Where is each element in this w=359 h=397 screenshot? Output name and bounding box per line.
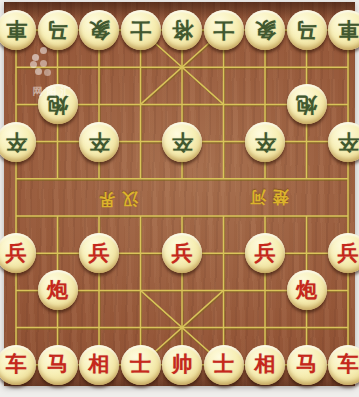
- piece-character: 将: [172, 19, 193, 40]
- piece-black-horse[interactable]: 马: [287, 10, 327, 50]
- piece-black-advisor[interactable]: 士: [204, 10, 244, 50]
- piece-character: 车: [338, 354, 359, 375]
- piece-character: 卒: [338, 131, 359, 152]
- piece-character: 马: [296, 19, 317, 40]
- piece-character: 兵: [338, 243, 359, 264]
- piece-character: 相: [255, 354, 276, 375]
- piece-red-advisor[interactable]: 士: [121, 345, 161, 385]
- piece-character: 兵: [255, 243, 276, 264]
- piece-black-soldier[interactable]: 卒: [0, 122, 36, 162]
- piece-character: 士: [213, 19, 234, 40]
- piece-character: 帅: [172, 354, 193, 375]
- piece-black-elephant[interactable]: 象: [245, 10, 285, 50]
- piece-character: 卒: [172, 131, 193, 152]
- piece-character: 炮: [296, 94, 317, 115]
- piece-red-cannon[interactable]: 炮: [287, 270, 327, 310]
- piece-red-soldier[interactable]: 兵: [79, 233, 119, 273]
- piece-character: 马: [47, 354, 68, 375]
- piece-character: 兵: [6, 243, 27, 264]
- piece-character: 卒: [89, 131, 110, 152]
- piece-character: 兵: [89, 243, 110, 264]
- piece-character: 士: [130, 354, 151, 375]
- pieces-layer: 車马象士将士象马車炮炮卒卒卒卒卒兵兵兵兵兵炮炮车马相士帅士相马车: [0, 11, 359, 383]
- piece-character: 炮: [296, 280, 317, 301]
- piece-red-horse[interactable]: 马: [287, 345, 327, 385]
- piece-black-soldier[interactable]: 卒: [162, 122, 202, 162]
- piece-red-advisor[interactable]: 士: [204, 345, 244, 385]
- piece-red-cannon[interactable]: 炮: [38, 270, 78, 310]
- photo-background: 車马象士将士象马車炮炮卒卒卒卒卒兵兵兵兵兵炮炮车马相士帅士相马车 汉界 楚河 汇…: [0, 0, 359, 397]
- piece-black-soldier[interactable]: 卒: [245, 122, 285, 162]
- piece-character: 卒: [6, 131, 27, 152]
- piece-black-horse[interactable]: 马: [38, 10, 78, 50]
- piece-character: 车: [6, 354, 27, 375]
- piece-red-elephant[interactable]: 相: [245, 345, 285, 385]
- piece-red-soldier[interactable]: 兵: [0, 233, 36, 273]
- piece-black-advisor[interactable]: 士: [121, 10, 161, 50]
- piece-black-soldier[interactable]: 卒: [328, 122, 359, 162]
- piece-black-rook[interactable]: 車: [328, 10, 359, 50]
- piece-red-general[interactable]: 帅: [162, 345, 202, 385]
- piece-character: 象: [255, 19, 276, 40]
- piece-black-elephant[interactable]: 象: [79, 10, 119, 50]
- piece-character: 兵: [172, 243, 193, 264]
- piece-black-soldier[interactable]: 卒: [79, 122, 119, 162]
- piece-black-cannon[interactable]: 炮: [38, 84, 78, 124]
- piece-character: 車: [6, 19, 27, 40]
- piece-red-rook[interactable]: 车: [328, 345, 359, 385]
- piece-character: 炮: [47, 280, 68, 301]
- piece-red-soldier[interactable]: 兵: [245, 233, 285, 273]
- piece-red-soldier[interactable]: 兵: [328, 233, 359, 273]
- piece-red-rook[interactable]: 车: [0, 345, 36, 385]
- piece-character: 相: [89, 354, 110, 375]
- piece-character: 炮: [47, 94, 68, 115]
- piece-character: 士: [130, 19, 151, 40]
- piece-character: 象: [89, 19, 110, 40]
- piece-red-elephant[interactable]: 相: [79, 345, 119, 385]
- piece-character: 卒: [255, 131, 276, 152]
- piece-red-soldier[interactable]: 兵: [162, 233, 202, 273]
- piece-black-cannon[interactable]: 炮: [287, 84, 327, 124]
- xiangqi-board: 車马象士将士象马車炮炮卒卒卒卒卒兵兵兵兵兵炮炮车马相士帅士相马车 汉界 楚河 汇…: [4, 2, 355, 386]
- piece-red-horse[interactable]: 马: [38, 345, 78, 385]
- piece-black-general[interactable]: 将: [162, 10, 202, 50]
- piece-black-rook[interactable]: 車: [0, 10, 36, 50]
- piece-character: 士: [213, 354, 234, 375]
- piece-character: 马: [296, 354, 317, 375]
- piece-character: 車: [338, 19, 359, 40]
- piece-character: 马: [47, 19, 68, 40]
